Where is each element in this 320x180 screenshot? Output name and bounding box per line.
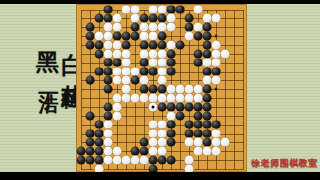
black-stone	[203, 32, 212, 41]
white-stone	[113, 76, 122, 85]
white-stone	[158, 94, 167, 103]
white-stone	[140, 23, 149, 32]
white-stone	[167, 23, 176, 32]
black-stone	[113, 32, 122, 41]
black-stone	[149, 85, 158, 94]
white-stone	[149, 129, 158, 138]
white-stone	[185, 138, 194, 147]
black-stone	[158, 156, 167, 165]
black-stone	[167, 103, 176, 112]
white-stone	[212, 138, 221, 147]
black-stone	[104, 67, 113, 76]
white-stone	[113, 14, 122, 23]
white-stone	[104, 23, 113, 32]
black-stone	[122, 32, 131, 41]
white-stone	[167, 41, 176, 50]
black-stone	[158, 41, 167, 50]
white-stone	[203, 14, 212, 23]
black-stone	[131, 32, 140, 41]
black-stone	[140, 85, 149, 94]
white-stone	[176, 94, 185, 103]
black-stone	[203, 49, 212, 58]
white-stone	[113, 147, 122, 156]
black-stone	[176, 41, 185, 50]
white-stone	[104, 156, 113, 165]
black-stone	[104, 14, 113, 23]
black-stone	[203, 67, 212, 76]
black-stone	[212, 67, 221, 76]
white-stone	[167, 94, 176, 103]
black-stone	[86, 138, 95, 147]
white-stone	[158, 129, 167, 138]
black-stone	[194, 58, 203, 67]
white-stone	[149, 94, 158, 103]
white-stone	[113, 103, 122, 112]
black-stone	[203, 23, 212, 32]
star-point	[215, 88, 218, 91]
black-stone	[95, 14, 104, 23]
black-stone	[203, 129, 212, 138]
white-stone	[194, 5, 203, 14]
white-stone	[122, 58, 131, 67]
white-stone	[104, 129, 113, 138]
black-stone	[167, 58, 176, 67]
black-stone	[167, 5, 176, 14]
white-stone	[113, 67, 122, 76]
letterbox-bottom	[0, 172, 320, 180]
white-stone	[158, 58, 167, 67]
black-stone	[95, 129, 104, 138]
white-stone	[212, 147, 221, 156]
white-stone	[122, 85, 131, 94]
white-stone	[131, 156, 140, 165]
black-stone	[104, 85, 113, 94]
black-stone	[203, 94, 212, 103]
black-stone	[185, 120, 194, 129]
right-panel	[247, 4, 320, 172]
black-stone	[158, 103, 167, 112]
black-stone	[158, 32, 167, 41]
grid-line-horizontal	[81, 169, 244, 170]
white-stone	[113, 41, 122, 50]
black-stone	[194, 111, 203, 120]
black-stone	[167, 49, 176, 58]
black-stone	[95, 49, 104, 58]
white-stone	[104, 120, 113, 129]
black-stone	[104, 58, 113, 67]
black-stone	[86, 129, 95, 138]
white-stone	[122, 67, 131, 76]
white-stone	[104, 138, 113, 147]
black-stone	[185, 129, 194, 138]
white-stone	[212, 129, 221, 138]
white-stone	[212, 76, 221, 85]
white-stone	[158, 138, 167, 147]
white-stone	[194, 23, 203, 32]
black-stone	[95, 41, 104, 50]
white-stone	[212, 58, 221, 67]
white-stone	[158, 76, 167, 85]
black-stone	[158, 85, 167, 94]
black-stone	[131, 76, 140, 85]
white-stone	[149, 58, 158, 67]
black-stone	[95, 67, 104, 76]
white-stone	[122, 94, 131, 103]
white-stone	[104, 32, 113, 41]
black-stone	[167, 129, 176, 138]
white-stone	[122, 156, 131, 165]
white-stone	[122, 5, 131, 14]
black-stone	[176, 5, 185, 14]
white-stone	[158, 120, 167, 129]
black-stone	[140, 147, 149, 156]
black-stone	[212, 120, 221, 129]
white-stone	[194, 94, 203, 103]
go-board[interactable]	[76, 4, 247, 172]
white-stone	[104, 41, 113, 50]
white-stone	[140, 156, 149, 165]
black-stone	[86, 32, 95, 41]
black-stone	[203, 111, 212, 120]
black-stone	[140, 41, 149, 50]
studio-caption: 徐老师围棋教室	[251, 157, 318, 170]
black-stone	[203, 138, 212, 147]
white-stone	[149, 32, 158, 41]
white-stone	[221, 138, 230, 147]
black-stone	[95, 138, 104, 147]
white-stone	[158, 49, 167, 58]
white-stone	[185, 85, 194, 94]
black-stone	[167, 120, 176, 129]
white-stone	[203, 76, 212, 85]
black-stone	[86, 23, 95, 32]
black-stone	[203, 103, 212, 112]
black-stone	[77, 147, 86, 156]
black-stone	[203, 120, 212, 129]
black-player-name: 丁浩	[36, 76, 63, 80]
white-stone	[140, 94, 149, 103]
black-stone	[86, 41, 95, 50]
black-stone	[131, 23, 140, 32]
video-frame: 黑 丁浩 白 朴廷桓 徐老师围棋教室	[0, 0, 320, 180]
black-stone	[131, 147, 140, 156]
letterbox-top	[0, 0, 320, 4]
black-stone	[95, 120, 104, 129]
white-stone	[158, 147, 167, 156]
white-stone	[185, 32, 194, 41]
black-stone	[113, 58, 122, 67]
white-stone	[167, 85, 176, 94]
black-stone	[140, 14, 149, 23]
black-stone	[140, 58, 149, 67]
white-stone	[149, 138, 158, 147]
black-stone	[158, 14, 167, 23]
white-stone	[113, 23, 122, 32]
white-stone	[113, 49, 122, 58]
black-stone	[185, 23, 194, 32]
white-stone	[167, 111, 176, 120]
black-stone	[95, 147, 104, 156]
white-stone	[149, 49, 158, 58]
black-stone	[185, 14, 194, 23]
black-stone	[77, 156, 86, 165]
white-stone	[158, 23, 167, 32]
white-stone	[95, 32, 104, 41]
black-stone	[86, 147, 95, 156]
white-stone	[185, 156, 194, 165]
white-stone	[149, 23, 158, 32]
black-stone	[140, 138, 149, 147]
white-stone	[221, 49, 230, 58]
white-stone	[113, 94, 122, 103]
white-stone	[212, 14, 221, 23]
white-stone	[194, 147, 203, 156]
white-stone	[140, 32, 149, 41]
black-stone	[194, 49, 203, 58]
black-stone	[167, 138, 176, 147]
white-stone	[167, 14, 176, 23]
black-stone	[104, 5, 113, 14]
black-stone	[194, 103, 203, 112]
black-stone	[86, 111, 95, 120]
white-stone	[122, 49, 131, 58]
black-stone	[122, 41, 131, 50]
white-stone	[203, 58, 212, 67]
black-stone	[140, 67, 149, 76]
last-move-marker	[152, 105, 155, 108]
black-stone	[86, 76, 95, 85]
white-stone	[149, 5, 158, 14]
white-stone	[203, 147, 212, 156]
black-stone	[86, 156, 95, 165]
black-stone	[176, 103, 185, 112]
black-stone	[149, 156, 158, 165]
white-stone	[158, 5, 167, 14]
black-stone	[194, 129, 203, 138]
black-stone	[203, 41, 212, 50]
white-stone	[212, 41, 221, 50]
white-stone	[140, 76, 149, 85]
white-stone	[176, 85, 185, 94]
player-panel: 黑 丁浩 白 朴廷桓	[0, 4, 76, 172]
white-stone	[131, 67, 140, 76]
white-stone	[104, 49, 113, 58]
black-stone	[194, 32, 203, 41]
white-stone	[131, 94, 140, 103]
black-stone	[95, 156, 104, 165]
white-stone	[113, 111, 122, 120]
black-stone	[104, 103, 113, 112]
white-stone	[149, 147, 158, 156]
white-stone	[194, 138, 203, 147]
black-stone	[149, 41, 158, 50]
white-stone	[122, 76, 131, 85]
white-stone	[131, 5, 140, 14]
white-stone	[185, 94, 194, 103]
black-stone	[149, 14, 158, 23]
grid-line-vertical	[243, 10, 244, 170]
black-stone	[203, 85, 212, 94]
white-stone	[131, 14, 140, 23]
white-stone	[104, 147, 113, 156]
grid-line-vertical	[234, 10, 235, 170]
white-stone	[194, 85, 203, 94]
black-stone	[167, 67, 176, 76]
black-stone	[194, 120, 203, 129]
black-stone	[185, 103, 194, 112]
black-stone	[167, 156, 176, 165]
white-stone	[212, 49, 221, 58]
black-stone	[104, 111, 113, 120]
black-stone	[149, 67, 158, 76]
white-stone	[158, 67, 167, 76]
white-stone	[140, 49, 149, 58]
white-stone	[113, 156, 122, 165]
black-stone	[104, 76, 113, 85]
star-point	[215, 35, 218, 38]
black-stone	[176, 111, 185, 120]
white-stone	[149, 120, 158, 129]
